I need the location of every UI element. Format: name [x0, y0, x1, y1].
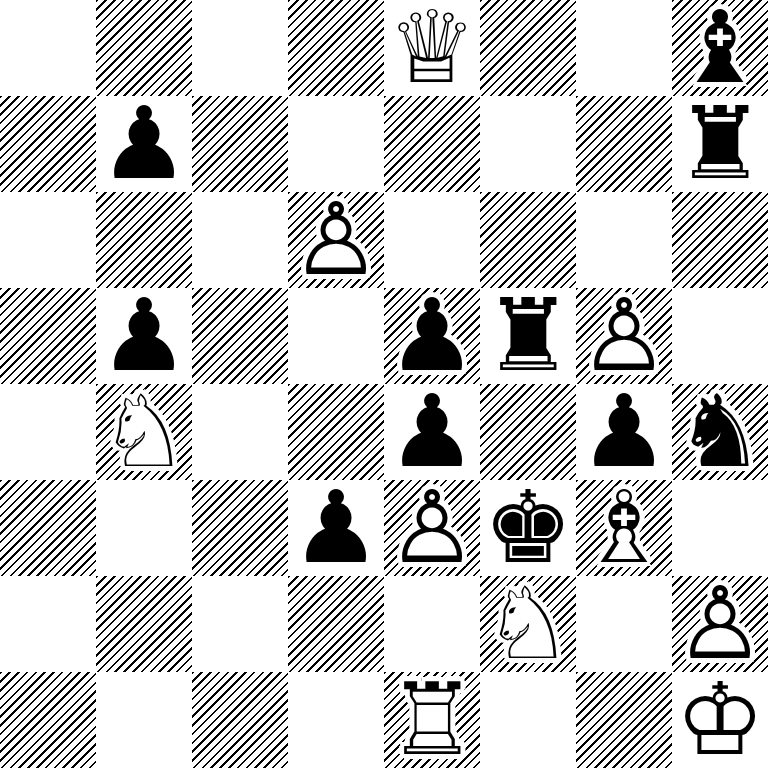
- black-rook-icon: ♜: [480, 288, 576, 384]
- square-d7[interactable]: [288, 96, 384, 192]
- square-f6[interactable]: [480, 192, 576, 288]
- black-pawn-icon: ♟: [288, 480, 384, 576]
- square-h8[interactable]: ♝♝: [672, 0, 768, 96]
- square-h4[interactable]: ♞♞: [672, 384, 768, 480]
- piece-black-king-f3[interactable]: ♚♚: [480, 480, 576, 576]
- square-a2[interactable]: [0, 576, 96, 672]
- piece-white-pawn-g5[interactable]: ♟♙: [576, 288, 672, 384]
- black-pawn-icon: ♟: [576, 384, 672, 480]
- piece-black-rook-h7[interactable]: ♜♜: [672, 96, 768, 192]
- chess-board: ♛♕♝♝♟♟♜♜♟♙♟♟♟♟♜♜♟♙♞♘♟♟♟♟♞♞♟♟♟♙♚♚♝♗♞♘♟♙♜♖…: [0, 0, 768, 768]
- white-bishop-icon: ♗: [576, 480, 672, 576]
- square-a4[interactable]: [0, 384, 96, 480]
- piece-black-pawn-e5[interactable]: ♟♟: [384, 288, 480, 384]
- square-c7[interactable]: [192, 96, 288, 192]
- square-b5[interactable]: ♟♟: [96, 288, 192, 384]
- square-c6[interactable]: [192, 192, 288, 288]
- white-queen-icon: ♕: [384, 0, 480, 96]
- piece-black-rook-f5[interactable]: ♜♜: [480, 288, 576, 384]
- square-g8[interactable]: [576, 0, 672, 96]
- white-pawn-icon: ♙: [384, 480, 480, 576]
- square-e5[interactable]: ♟♟: [384, 288, 480, 384]
- square-h1[interactable]: ♚♔: [672, 672, 768, 768]
- piece-black-pawn-d3[interactable]: ♟♟: [288, 480, 384, 576]
- square-e2[interactable]: [384, 576, 480, 672]
- piece-black-knight-h4[interactable]: ♞♞: [672, 384, 768, 480]
- square-d2[interactable]: [288, 576, 384, 672]
- square-e8[interactable]: ♛♕: [384, 0, 480, 96]
- square-c1[interactable]: [192, 672, 288, 768]
- square-h3[interactable]: [672, 480, 768, 576]
- square-f2[interactable]: ♞♘: [480, 576, 576, 672]
- black-bishop-icon: ♝: [672, 0, 768, 96]
- piece-white-bishop-g3[interactable]: ♝♗: [576, 480, 672, 576]
- square-h6[interactable]: [672, 192, 768, 288]
- piece-white-pawn-h2[interactable]: ♟♙: [672, 576, 768, 672]
- white-king-icon: ♔: [672, 672, 768, 768]
- square-b6[interactable]: [96, 192, 192, 288]
- black-rook-icon: ♜: [672, 96, 768, 192]
- square-b7[interactable]: ♟♟: [96, 96, 192, 192]
- square-e6[interactable]: [384, 192, 480, 288]
- square-c4[interactable]: [192, 384, 288, 480]
- square-h7[interactable]: ♜♜: [672, 96, 768, 192]
- square-a5[interactable]: [0, 288, 96, 384]
- square-e3[interactable]: ♟♙: [384, 480, 480, 576]
- square-a6[interactable]: [0, 192, 96, 288]
- square-f5[interactable]: ♜♜: [480, 288, 576, 384]
- square-c8[interactable]: [192, 0, 288, 96]
- piece-white-king-h1[interactable]: ♚♔: [672, 672, 768, 768]
- square-a7[interactable]: [0, 96, 96, 192]
- piece-white-rook-e1[interactable]: ♜♖: [384, 672, 480, 768]
- square-g4[interactable]: ♟♟: [576, 384, 672, 480]
- white-pawn-icon: ♙: [576, 288, 672, 384]
- square-f8[interactable]: [480, 0, 576, 96]
- square-f3[interactable]: ♚♚: [480, 480, 576, 576]
- piece-white-knight-b4[interactable]: ♞♘: [96, 384, 192, 480]
- square-e1[interactable]: ♜♖: [384, 672, 480, 768]
- square-d4[interactable]: [288, 384, 384, 480]
- square-f7[interactable]: [480, 96, 576, 192]
- square-g7[interactable]: [576, 96, 672, 192]
- square-a3[interactable]: [0, 480, 96, 576]
- square-a1[interactable]: [0, 672, 96, 768]
- square-d6[interactable]: ♟♙: [288, 192, 384, 288]
- black-pawn-icon: ♟: [96, 288, 192, 384]
- square-f1[interactable]: [480, 672, 576, 768]
- square-d5[interactable]: [288, 288, 384, 384]
- square-b1[interactable]: [96, 672, 192, 768]
- square-c3[interactable]: [192, 480, 288, 576]
- square-c5[interactable]: [192, 288, 288, 384]
- piece-white-queen-e8[interactable]: ♛♕: [384, 0, 480, 96]
- square-g2[interactable]: [576, 576, 672, 672]
- piece-white-pawn-d6[interactable]: ♟♙: [288, 192, 384, 288]
- white-rook-icon: ♖: [384, 672, 480, 768]
- square-c2[interactable]: [192, 576, 288, 672]
- square-g6[interactable]: [576, 192, 672, 288]
- square-e4[interactable]: ♟♟: [384, 384, 480, 480]
- white-knight-icon: ♘: [96, 384, 192, 480]
- black-pawn-icon: ♟: [96, 96, 192, 192]
- square-b3[interactable]: [96, 480, 192, 576]
- square-b2[interactable]: [96, 576, 192, 672]
- white-pawn-icon: ♙: [288, 192, 384, 288]
- piece-white-pawn-e3[interactable]: ♟♙: [384, 480, 480, 576]
- square-a8[interactable]: [0, 0, 96, 96]
- black-king-icon: ♚: [480, 480, 576, 576]
- black-pawn-icon: ♟: [384, 288, 480, 384]
- square-b8[interactable]: [96, 0, 192, 96]
- piece-black-pawn-g4[interactable]: ♟♟: [576, 384, 672, 480]
- square-d8[interactable]: [288, 0, 384, 96]
- piece-black-pawn-b7[interactable]: ♟♟: [96, 96, 192, 192]
- square-h5[interactable]: [672, 288, 768, 384]
- black-pawn-icon: ♟: [384, 384, 480, 480]
- square-e7[interactable]: [384, 96, 480, 192]
- square-h2[interactable]: ♟♙: [672, 576, 768, 672]
- square-b4[interactable]: ♞♘: [96, 384, 192, 480]
- white-pawn-icon: ♙: [672, 576, 768, 672]
- square-g3[interactable]: ♝♗: [576, 480, 672, 576]
- piece-white-knight-f2[interactable]: ♞♘: [480, 576, 576, 672]
- piece-black-pawn-b5[interactable]: ♟♟: [96, 288, 192, 384]
- square-g1[interactable]: [576, 672, 672, 768]
- piece-black-bishop-h8[interactable]: ♝♝: [672, 0, 768, 96]
- piece-black-pawn-e4[interactable]: ♟♟: [384, 384, 480, 480]
- square-d3[interactable]: ♟♟: [288, 480, 384, 576]
- square-g5[interactable]: ♟♙: [576, 288, 672, 384]
- square-f4[interactable]: [480, 384, 576, 480]
- white-knight-icon: ♘: [480, 576, 576, 672]
- black-knight-icon: ♞: [672, 384, 768, 480]
- square-d1[interactable]: [288, 672, 384, 768]
